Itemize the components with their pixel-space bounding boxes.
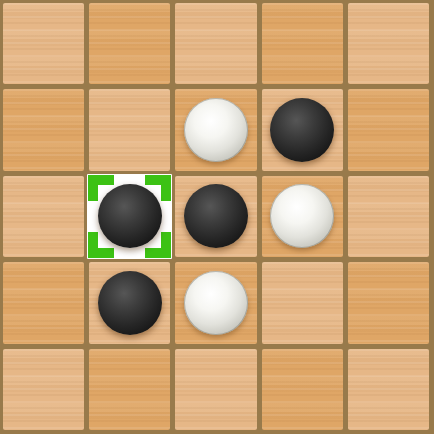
cell-r3c0[interactable] bbox=[3, 262, 84, 343]
cell-r4c4[interactable] bbox=[348, 349, 429, 430]
cell-r0c2[interactable] bbox=[175, 3, 256, 84]
cell-r1c3[interactable] bbox=[262, 89, 343, 170]
cell-r1c2[interactable] bbox=[175, 89, 256, 170]
black-stone bbox=[270, 98, 334, 162]
cell-r1c1[interactable] bbox=[89, 89, 170, 170]
white-stone bbox=[184, 271, 248, 335]
cell-r1c4[interactable] bbox=[348, 89, 429, 170]
black-stone bbox=[184, 184, 248, 248]
cell-r4c3[interactable] bbox=[262, 349, 343, 430]
cell-r0c4[interactable] bbox=[348, 3, 429, 84]
cell-r3c4[interactable] bbox=[348, 262, 429, 343]
cell-r3c3[interactable] bbox=[262, 262, 343, 343]
cell-r2c1[interactable] bbox=[89, 176, 170, 257]
cell-r2c4[interactable] bbox=[348, 176, 429, 257]
cell-r4c2[interactable] bbox=[175, 349, 256, 430]
cell-r3c2[interactable] bbox=[175, 262, 256, 343]
cell-r4c0[interactable] bbox=[3, 349, 84, 430]
cell-r2c2[interactable] bbox=[175, 176, 256, 257]
cell-r4c1[interactable] bbox=[89, 349, 170, 430]
white-stone bbox=[184, 98, 248, 162]
cell-r2c0[interactable] bbox=[3, 176, 84, 257]
board bbox=[0, 0, 434, 434]
black-stone bbox=[98, 184, 162, 248]
cell-r0c0[interactable] bbox=[3, 3, 84, 84]
cell-r3c1[interactable] bbox=[89, 262, 170, 343]
cell-r0c3[interactable] bbox=[262, 3, 343, 84]
cell-r0c1[interactable] bbox=[89, 3, 170, 84]
cell-r2c3[interactable] bbox=[262, 176, 343, 257]
black-stone bbox=[98, 271, 162, 335]
white-stone bbox=[270, 184, 334, 248]
cell-r1c0[interactable] bbox=[3, 89, 84, 170]
